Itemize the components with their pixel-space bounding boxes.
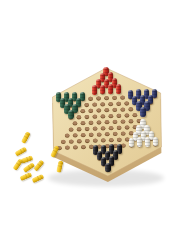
pegs-layer <box>0 0 183 250</box>
peg-white[interactable] <box>145 137 151 147</box>
peg-yellow-loose[interactable] <box>31 174 44 184</box>
chinese-checkers-product-photo <box>0 0 183 250</box>
peg-red[interactable] <box>116 84 122 94</box>
peg-red[interactable] <box>108 84 114 94</box>
peg-navy[interactable] <box>140 107 146 117</box>
peg-red[interactable] <box>100 85 106 95</box>
peg-yellow-loose[interactable] <box>50 145 60 158</box>
peg-yellow-loose[interactable] <box>21 131 31 144</box>
peg-yellow-loose[interactable] <box>14 147 27 158</box>
peg-yellow-loose[interactable] <box>33 160 45 173</box>
peg-green[interactable] <box>68 110 74 120</box>
peg-yellow-loose[interactable] <box>56 161 64 174</box>
peg-white[interactable] <box>137 137 143 147</box>
peg-black[interactable] <box>105 163 111 173</box>
peg-white[interactable] <box>129 138 135 148</box>
peg-yellow-loose[interactable] <box>19 172 32 182</box>
peg-white[interactable] <box>153 137 159 147</box>
peg-red[interactable] <box>92 85 98 95</box>
peg-yellow-loose[interactable] <box>12 159 23 172</box>
